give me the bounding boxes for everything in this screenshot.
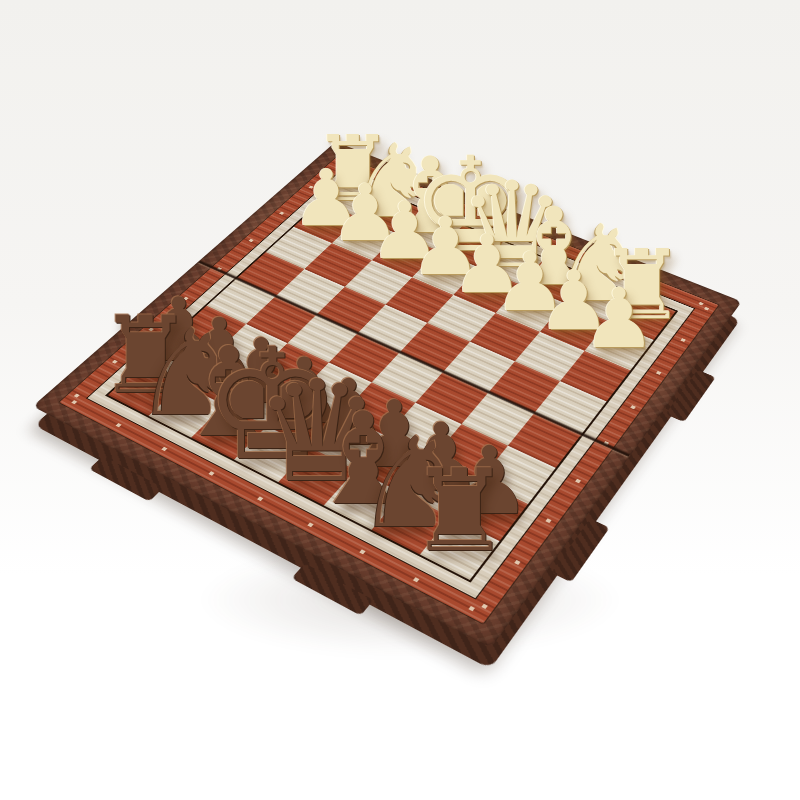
square-b6[interactable] <box>432 424 507 480</box>
square-b5[interactable] <box>461 392 534 446</box>
square-f7[interactable] <box>224 373 298 426</box>
square-b4[interactable] <box>488 361 560 413</box>
square-d8[interactable] <box>278 447 356 505</box>
square-c6[interactable] <box>386 403 461 458</box>
product-photo-scene: ♜♞♝♚♛♝♞♜♟♟♟♟♟♟♟♟♟♟♟♟♟♟♟♟♜♞♝♚♛♝♞♜ <box>0 0 800 800</box>
square-c5[interactable] <box>416 372 489 424</box>
square-e7[interactable] <box>267 393 342 447</box>
square-c8[interactable] <box>324 470 402 530</box>
square-a4[interactable] <box>534 381 606 434</box>
square-d5[interactable] <box>371 352 443 403</box>
square-a5[interactable] <box>508 413 582 468</box>
square-a6[interactable] <box>480 446 556 504</box>
square-c7[interactable] <box>356 436 432 493</box>
square-g7[interactable] <box>183 354 257 405</box>
square-h8[interactable] <box>108 364 183 416</box>
square-a3[interactable] <box>560 350 631 401</box>
square-b7[interactable] <box>402 458 479 517</box>
square-a7[interactable] <box>450 480 528 541</box>
square-b8[interactable] <box>371 493 450 555</box>
square-a8[interactable] <box>420 517 500 580</box>
square-e6[interactable] <box>298 363 371 415</box>
square-e8[interactable] <box>234 426 311 482</box>
square-d6[interactable] <box>342 382 416 435</box>
square-d7[interactable] <box>311 414 387 470</box>
square-g8[interactable] <box>149 384 224 437</box>
square-f8[interactable] <box>191 405 267 460</box>
